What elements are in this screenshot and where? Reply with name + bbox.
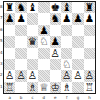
square-e6[interactable] bbox=[50, 25, 61, 36]
square-b6[interactable] bbox=[15, 25, 26, 36]
square-d7[interactable] bbox=[38, 13, 49, 24]
square-g7[interactable]: ♟ bbox=[72, 13, 83, 24]
square-b7[interactable]: ♟ bbox=[15, 13, 26, 24]
square-f7[interactable]: ♟ bbox=[61, 13, 72, 24]
file-label-a: a bbox=[4, 95, 15, 100]
white-pawn[interactable]: ♙ bbox=[5, 70, 14, 81]
square-b8[interactable]: ♞ bbox=[15, 2, 26, 13]
square-a2[interactable]: ♙ bbox=[4, 70, 15, 81]
file-label-b: b bbox=[15, 95, 26, 100]
black-bishop[interactable]: ♝ bbox=[28, 2, 37, 13]
file-label-h: h bbox=[84, 95, 95, 100]
square-h8[interactable]: ♜ bbox=[84, 2, 95, 13]
white-knight[interactable]: ♘ bbox=[39, 36, 48, 47]
square-c2[interactable]: ♙ bbox=[27, 70, 38, 81]
square-a6[interactable] bbox=[4, 25, 15, 36]
black-knight[interactable]: ♞ bbox=[16, 2, 25, 13]
black-pawn[interactable]: ♟ bbox=[51, 36, 60, 47]
square-a8[interactable]: ♜ bbox=[4, 2, 15, 13]
file-labels: abcdefgh bbox=[4, 95, 95, 100]
square-e2[interactable] bbox=[50, 70, 61, 81]
black-pawn[interactable]: ♟ bbox=[85, 13, 94, 24]
black-pawn[interactable]: ♟ bbox=[5, 13, 14, 24]
file-label-d: d bbox=[38, 95, 49, 100]
square-b5[interactable] bbox=[15, 36, 26, 47]
square-b2[interactable]: ♙ bbox=[15, 70, 26, 81]
square-e5[interactable]: ♟ bbox=[50, 36, 61, 47]
square-e7[interactable]: ♞ bbox=[50, 13, 61, 24]
square-g5[interactable] bbox=[72, 36, 83, 47]
square-f6[interactable] bbox=[61, 25, 72, 36]
file-label-f: f bbox=[61, 95, 72, 100]
square-g6[interactable] bbox=[72, 25, 83, 36]
black-rook[interactable]: ♜ bbox=[5, 2, 14, 13]
square-h5[interactable] bbox=[84, 36, 95, 47]
white-pawn[interactable]: ♙ bbox=[62, 70, 71, 81]
square-e3[interactable] bbox=[50, 59, 61, 70]
white-bishop[interactable]: ♗ bbox=[28, 82, 37, 93]
black-rook[interactable]: ♜ bbox=[85, 2, 94, 13]
square-a7[interactable]: ♟ bbox=[4, 13, 15, 24]
square-g8[interactable] bbox=[72, 2, 83, 13]
square-b1[interactable] bbox=[15, 82, 26, 93]
square-e8[interactable]: ♚ bbox=[50, 2, 61, 13]
square-f8[interactable]: ♝ bbox=[61, 2, 72, 13]
white-pawn[interactable]: ♙ bbox=[51, 48, 60, 59]
square-d6[interactable]: ♟ bbox=[38, 25, 49, 36]
square-g2[interactable]: ♙ bbox=[72, 70, 83, 81]
black-pawn[interactable]: ♟ bbox=[73, 13, 82, 24]
square-h3[interactable] bbox=[84, 59, 95, 70]
square-f5[interactable] bbox=[61, 36, 72, 47]
square-a3[interactable] bbox=[4, 59, 15, 70]
square-d8[interactable] bbox=[38, 2, 49, 13]
square-f1[interactable]: ♗ bbox=[61, 82, 72, 93]
square-h7[interactable]: ♟ bbox=[84, 13, 95, 24]
square-f4[interactable] bbox=[61, 48, 72, 59]
square-b3[interactable] bbox=[15, 59, 26, 70]
square-g3[interactable] bbox=[72, 59, 83, 70]
square-h1[interactable]: ♖ bbox=[84, 82, 95, 93]
square-a5[interactable] bbox=[4, 36, 15, 47]
black-knight[interactable]: ♞ bbox=[51, 13, 60, 24]
square-f2[interactable]: ♙ bbox=[61, 70, 72, 81]
square-c8[interactable]: ♝ bbox=[27, 2, 38, 13]
file-label-e: e bbox=[50, 95, 61, 100]
square-h4[interactable] bbox=[84, 48, 95, 59]
white-rook[interactable]: ♖ bbox=[5, 82, 14, 93]
square-a4[interactable] bbox=[4, 48, 15, 59]
chess-diagram: 87654321 ♜♞♝♚♝♜♟♟♞♟♟♟♟♛♘♟♙♘♙♙♙♙♙♙♖♗♕♔♗♖ … bbox=[0, 0, 100, 100]
square-d4[interactable] bbox=[38, 48, 49, 59]
white-pawn[interactable]: ♙ bbox=[28, 70, 37, 81]
square-h6[interactable] bbox=[84, 25, 95, 36]
square-a1[interactable]: ♖ bbox=[4, 82, 15, 93]
white-queen[interactable]: ♕ bbox=[39, 82, 48, 93]
white-pawn[interactable]: ♙ bbox=[16, 70, 25, 81]
square-e1[interactable]: ♔ bbox=[50, 82, 61, 93]
white-king[interactable]: ♔ bbox=[51, 82, 60, 93]
square-d3[interactable] bbox=[38, 59, 49, 70]
square-d1[interactable]: ♕ bbox=[38, 82, 49, 93]
white-pawn[interactable]: ♙ bbox=[73, 70, 82, 81]
file-label-c: c bbox=[27, 95, 38, 100]
square-g1[interactable] bbox=[72, 82, 83, 93]
file-label-g: g bbox=[72, 95, 83, 100]
square-b4[interactable] bbox=[15, 48, 26, 59]
black-bishop[interactable]: ♝ bbox=[62, 2, 71, 13]
square-c7[interactable] bbox=[27, 13, 38, 24]
black-queen[interactable]: ♛ bbox=[28, 36, 37, 47]
white-bishop[interactable]: ♗ bbox=[62, 82, 71, 93]
black-pawn[interactable]: ♟ bbox=[62, 13, 71, 24]
black-pawn[interactable]: ♟ bbox=[39, 25, 48, 36]
white-pawn[interactable]: ♙ bbox=[85, 70, 94, 81]
square-c1[interactable]: ♗ bbox=[27, 82, 38, 93]
square-c3[interactable] bbox=[27, 59, 38, 70]
square-g4[interactable] bbox=[72, 48, 83, 59]
square-c5[interactable]: ♛ bbox=[27, 36, 38, 47]
square-c4[interactable] bbox=[27, 48, 38, 59]
square-d5[interactable]: ♘ bbox=[38, 36, 49, 47]
square-h2[interactable]: ♙ bbox=[84, 70, 95, 81]
black-king[interactable]: ♚ bbox=[51, 2, 60, 13]
white-knight[interactable]: ♘ bbox=[62, 59, 71, 70]
square-c6[interactable] bbox=[27, 25, 38, 36]
square-f3[interactable]: ♘ bbox=[61, 59, 72, 70]
white-rook[interactable]: ♖ bbox=[85, 82, 94, 93]
black-pawn[interactable]: ♟ bbox=[16, 13, 25, 24]
chess-board: ♜♞♝♚♝♜♟♟♞♟♟♟♟♛♘♟♙♘♙♙♙♙♙♙♖♗♕♔♗♖ bbox=[3, 1, 96, 94]
square-d2[interactable] bbox=[38, 70, 49, 81]
square-e4[interactable]: ♙ bbox=[50, 48, 61, 59]
